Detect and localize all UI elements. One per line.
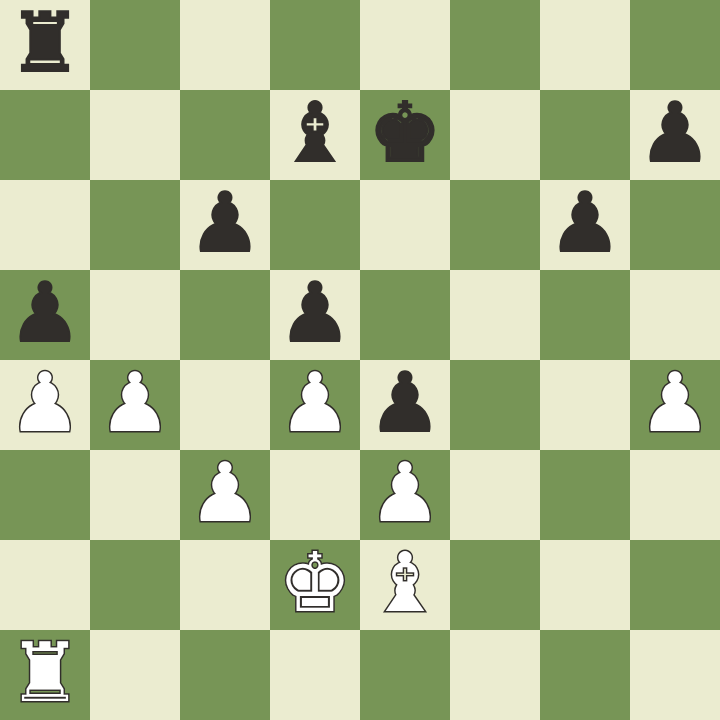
square-e8[interactable] [360,0,450,90]
chess-board: ♜♝♚♟♟♟♟♟♟♟♟♟♟♟♟♚♝♜ [0,0,720,720]
square-h6[interactable] [630,180,720,270]
white-rook[interactable]: ♜ [8,628,82,718]
square-d7[interactable]: ♝ [270,90,360,180]
square-f2[interactable] [450,540,540,630]
square-h4[interactable]: ♟ [630,360,720,450]
square-f8[interactable] [450,0,540,90]
square-a8[interactable]: ♜ [0,0,90,90]
black-pawn[interactable]: ♟ [548,178,622,268]
square-b1[interactable] [90,630,180,720]
square-f1[interactable] [450,630,540,720]
square-b8[interactable] [90,0,180,90]
square-b6[interactable] [90,180,180,270]
square-c8[interactable] [180,0,270,90]
square-g3[interactable] [540,450,630,540]
black-pawn[interactable]: ♟ [188,178,262,268]
square-f7[interactable] [450,90,540,180]
square-g5[interactable] [540,270,630,360]
white-pawn[interactable]: ♟ [368,448,442,538]
square-e3[interactable]: ♟ [360,450,450,540]
black-pawn[interactable]: ♟ [278,268,352,358]
square-a7[interactable] [0,90,90,180]
square-f3[interactable] [450,450,540,540]
white-pawn[interactable]: ♟ [188,448,262,538]
square-d4[interactable]: ♟ [270,360,360,450]
square-b3[interactable] [90,450,180,540]
square-f6[interactable] [450,180,540,270]
square-e1[interactable] [360,630,450,720]
square-h2[interactable] [630,540,720,630]
black-rook[interactable]: ♜ [8,0,82,88]
square-c6[interactable]: ♟ [180,180,270,270]
square-b4[interactable]: ♟ [90,360,180,450]
square-b7[interactable] [90,90,180,180]
square-d8[interactable] [270,0,360,90]
square-b5[interactable] [90,270,180,360]
black-king[interactable]: ♚ [368,88,442,178]
square-c2[interactable] [180,540,270,630]
square-g2[interactable] [540,540,630,630]
square-d1[interactable] [270,630,360,720]
square-g4[interactable] [540,360,630,450]
square-a5[interactable]: ♟ [0,270,90,360]
white-king[interactable]: ♚ [278,538,352,628]
white-bishop[interactable]: ♝ [368,538,442,628]
square-a4[interactable]: ♟ [0,360,90,450]
square-h7[interactable]: ♟ [630,90,720,180]
square-e2[interactable]: ♝ [360,540,450,630]
black-pawn[interactable]: ♟ [8,268,82,358]
square-g8[interactable] [540,0,630,90]
square-c7[interactable] [180,90,270,180]
square-g1[interactable] [540,630,630,720]
black-pawn[interactable]: ♟ [368,358,442,448]
square-d6[interactable] [270,180,360,270]
square-a3[interactable] [0,450,90,540]
square-c3[interactable]: ♟ [180,450,270,540]
square-e7[interactable]: ♚ [360,90,450,180]
square-f4[interactable] [450,360,540,450]
black-bishop[interactable]: ♝ [278,88,352,178]
square-b2[interactable] [90,540,180,630]
square-h8[interactable] [630,0,720,90]
white-pawn[interactable]: ♟ [8,358,82,448]
square-h5[interactable] [630,270,720,360]
square-c5[interactable] [180,270,270,360]
square-e5[interactable] [360,270,450,360]
white-pawn[interactable]: ♟ [98,358,172,448]
square-c4[interactable] [180,360,270,450]
black-pawn[interactable]: ♟ [638,88,712,178]
white-pawn[interactable]: ♟ [638,358,712,448]
square-h1[interactable] [630,630,720,720]
square-c1[interactable] [180,630,270,720]
square-d5[interactable]: ♟ [270,270,360,360]
square-a1[interactable]: ♜ [0,630,90,720]
square-d3[interactable] [270,450,360,540]
square-a2[interactable] [0,540,90,630]
square-a6[interactable] [0,180,90,270]
square-h3[interactable] [630,450,720,540]
square-g6[interactable]: ♟ [540,180,630,270]
square-f5[interactable] [450,270,540,360]
square-e6[interactable] [360,180,450,270]
square-g7[interactable] [540,90,630,180]
square-e4[interactable]: ♟ [360,360,450,450]
white-pawn[interactable]: ♟ [278,358,352,448]
square-d2[interactable]: ♚ [270,540,360,630]
